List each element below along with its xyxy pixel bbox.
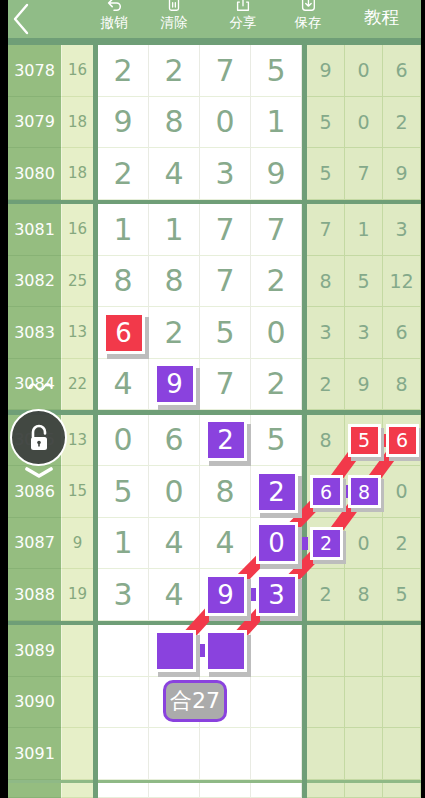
digit-cell[interactable]: 8 [200, 466, 251, 518]
save-label: 保存 [295, 15, 322, 30]
extra-cell[interactable] [383, 677, 421, 729]
digit-cell[interactable] [149, 782, 200, 798]
toolbar: 撤销 清除 分享 保存 教程 [0, 0, 425, 38]
digit-cell[interactable] [200, 728, 251, 780]
digit-cell[interactable]: 0 [251, 307, 302, 359]
table-top-border [8, 38, 421, 45]
extra-cell[interactable] [307, 782, 345, 798]
digit-cell[interactable] [98, 782, 149, 798]
digit-cell[interactable]: 5 [251, 415, 302, 467]
extra-cell[interactable] [345, 677, 383, 729]
sum-annotation-badge[interactable]: 合27 [163, 680, 227, 722]
app-window: 撤销 清除 分享 保存 教程 3078162275906307918 [0, 0, 425, 798]
extra-cell[interactable]: 3 [345, 307, 383, 359]
digit-cell[interactable] [251, 728, 302, 780]
digit-cell[interactable]: 5 [98, 466, 149, 518]
digit-cell[interactable] [98, 677, 149, 729]
digit-cell[interactable]: 4 [98, 359, 149, 411]
mark-tile[interactable]: 2 [205, 419, 247, 461]
clear-label: 清除 [161, 15, 188, 30]
digit-cell[interactable]: 0 [98, 415, 149, 467]
digit-cell[interactable]: 1 [149, 204, 200, 256]
period-cell: 3080 [8, 148, 61, 200]
extra-cell[interactable]: 8 [345, 569, 383, 621]
extra-cell[interactable] [307, 625, 345, 677]
mark-tile[interactable]: 9 [154, 363, 196, 405]
extra-cell[interactable]: 1 [345, 204, 383, 256]
extra-cell[interactable]: 2 [307, 359, 345, 411]
vertical-border-left [93, 38, 98, 798]
scribble-annotation [28, 378, 58, 397]
chevron-left-icon [10, 2, 34, 36]
extra-cell[interactable]: 9 [307, 45, 345, 97]
back-button[interactable] [10, 2, 34, 38]
digit-cell[interactable]: 5 [200, 307, 251, 359]
clear-button[interactable]: 清除 [150, 0, 198, 30]
extra-cell[interactable] [345, 625, 383, 677]
extra-cell[interactable]: 5 [307, 148, 345, 200]
period-cell: 3090 [8, 677, 61, 729]
save-button[interactable]: 保存 [284, 0, 332, 30]
undo-button[interactable]: 撤销 [90, 0, 138, 30]
extra-cell[interactable] [345, 782, 383, 798]
extra-cell[interactable]: 12 [383, 256, 421, 308]
digit-cell[interactable]: 4 [149, 148, 200, 200]
sum-cell [61, 728, 93, 780]
sum-cell [61, 625, 93, 677]
sum-cell: 25 [61, 256, 93, 308]
digit-cell[interactable]: 2 [98, 45, 149, 97]
group-separator [8, 410, 421, 415]
digit-cell[interactable]: 2 [149, 45, 200, 97]
digit-cell[interactable]: 2 [98, 148, 149, 200]
digit-cell[interactable]: 9 [251, 148, 302, 200]
sum-cell: 18 [61, 97, 93, 149]
sum-cell: 19 [61, 569, 93, 621]
sum-cell [61, 782, 93, 798]
digit-cell[interactable] [251, 677, 302, 729]
undo-arrow-icon [104, 0, 124, 12]
mark-tile[interactable]: 6 [386, 424, 419, 457]
digit-cell[interactable]: 1 [251, 97, 302, 149]
extra-cell[interactable]: 3 [307, 307, 345, 359]
undo-label: 撤销 [101, 15, 128, 30]
mark-tile[interactable]: 5 [348, 424, 381, 457]
digit-cell[interactable]: 0 [200, 97, 251, 149]
digit-cell[interactable]: 5 [251, 45, 302, 97]
extra-cell[interactable]: 5 [345, 256, 383, 308]
extra-cell[interactable]: 0 [345, 97, 383, 149]
extra-cell[interactable]: 6 [383, 307, 421, 359]
digit-cell[interactable]: 4 [200, 518, 251, 570]
extra-cell[interactable] [345, 728, 383, 780]
sum-cell: 16 [61, 45, 93, 97]
digit-cell[interactable]: 7 [251, 204, 302, 256]
extra-cell[interactable]: 2 [383, 518, 421, 570]
digit-cell[interactable] [149, 728, 200, 780]
share-box-arrow-icon [233, 0, 253, 12]
group-separator [8, 200, 421, 205]
digit-cell[interactable]: 8 [149, 97, 200, 149]
mark-tile[interactable]: 9 [205, 574, 247, 616]
sum-cell: 15 [61, 466, 93, 518]
period-cell: 3088 [8, 569, 61, 621]
screen-edge-left [0, 0, 8, 798]
lock-button[interactable] [10, 409, 67, 466]
extra-cell[interactable]: 3 [383, 204, 421, 256]
share-label: 分享 [230, 15, 257, 30]
digit-cell[interactable]: 9 [98, 97, 149, 149]
digit-cell[interactable] [251, 625, 302, 677]
vertical-border-right [302, 38, 307, 798]
digit-cell[interactable]: 2 [251, 256, 302, 308]
period-cell: 3089 [8, 625, 61, 677]
sum-cell [61, 677, 93, 729]
digit-cell[interactable]: 1 [98, 518, 149, 570]
mark-tile[interactable]: 2 [256, 471, 298, 513]
period-cell [8, 782, 61, 798]
extra-cell[interactable]: 5 [307, 97, 345, 149]
open-padlock-icon [24, 422, 54, 454]
digit-cell[interactable] [98, 728, 149, 780]
extra-cell[interactable] [383, 782, 421, 798]
sum-cell: 9 [61, 518, 93, 570]
row-separator [8, 780, 421, 783]
digit-cell[interactable]: 4 [149, 569, 200, 621]
extra-cell[interactable]: 0 [345, 45, 383, 97]
extra-cell[interactable]: 2 [307, 569, 345, 621]
extra-cell[interactable]: 9 [345, 359, 383, 411]
digit-cell[interactable]: 2 [251, 359, 302, 411]
extra-cell[interactable] [307, 728, 345, 780]
digit-cell[interactable] [98, 625, 149, 677]
period-cell: 3079 [8, 97, 61, 149]
digit-cell[interactable]: 7 [200, 359, 251, 411]
digit-cell[interactable]: 7 [200, 204, 251, 256]
extra-cell[interactable] [383, 625, 421, 677]
extra-cell[interactable]: 8 [307, 415, 345, 467]
extra-cell[interactable]: 8 [307, 256, 345, 308]
digit-cell[interactable]: 3 [200, 148, 251, 200]
extra-cell[interactable]: 0 [383, 466, 421, 518]
digit-cell[interactable]: 7 [200, 45, 251, 97]
mark-tile[interactable] [205, 630, 247, 672]
digit-cell[interactable]: 0 [149, 466, 200, 518]
extra-cell[interactable]: 2 [383, 97, 421, 149]
sum-cell: 16 [61, 204, 93, 256]
period-cell: 3091 [8, 728, 61, 780]
sum-cell: 13 [61, 307, 93, 359]
digit-cell[interactable]: 4 [149, 518, 200, 570]
tutorial-button[interactable]: 教程 [364, 5, 399, 29]
collapse-chevron-icon[interactable] [24, 464, 54, 483]
extra-cell[interactable]: 5 [383, 569, 421, 621]
digit-cell[interactable] [251, 782, 302, 798]
digit-cell[interactable]: 8 [149, 256, 200, 308]
share-button[interactable]: 分享 [219, 0, 267, 30]
extra-cell[interactable]: 7 [345, 148, 383, 200]
sum-cell: 18 [61, 148, 93, 200]
period-cell: 3082 [8, 256, 61, 308]
digit-cell[interactable]: 1 [98, 204, 149, 256]
screen-edge-right [421, 0, 425, 798]
group-separator [8, 621, 421, 626]
digit-cell[interactable] [200, 782, 251, 798]
mark-tile[interactable]: 3 [256, 574, 298, 616]
period-cell: 3087 [8, 518, 61, 570]
extra-cell[interactable]: 6 [383, 45, 421, 97]
mark-tile[interactable]: 6 [103, 312, 145, 354]
digit-cell[interactable]: 7 [200, 256, 251, 308]
digit-cell[interactable]: 2 [149, 307, 200, 359]
sum-cell: 22 [61, 359, 93, 411]
extra-cell[interactable]: 0 [345, 518, 383, 570]
period-cell: 3083 [8, 307, 61, 359]
mark-tile[interactable] [154, 630, 196, 672]
mark-tile[interactable]: 8 [348, 475, 381, 508]
extra-cell[interactable] [383, 728, 421, 780]
trash-icon [164, 0, 184, 12]
download-box-icon [298, 0, 318, 12]
digit-cell[interactable]: 3 [98, 569, 149, 621]
digit-cell[interactable]: 6 [149, 415, 200, 467]
period-cell: 3078 [8, 45, 61, 97]
extra-cell[interactable]: 8 [383, 359, 421, 411]
extra-cell[interactable]: 9 [383, 148, 421, 200]
digit-cell[interactable]: 8 [98, 256, 149, 308]
mark-tile[interactable]: 0 [256, 522, 298, 564]
mark-tile[interactable]: 6 [310, 475, 343, 508]
period-cell: 3081 [8, 204, 61, 256]
extra-cell[interactable] [307, 677, 345, 729]
extra-cell[interactable]: 7 [307, 204, 345, 256]
mark-tile[interactable]: 2 [310, 527, 343, 560]
